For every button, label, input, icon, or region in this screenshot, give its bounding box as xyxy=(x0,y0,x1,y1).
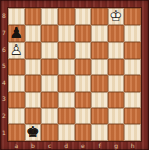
file-label-f: f xyxy=(91,141,108,150)
chess-diagram: 87654321 ♚♔♟♟♙♚ abcdefgh xyxy=(0,0,149,150)
square-f7[interactable] xyxy=(91,25,108,42)
square-b4[interactable] xyxy=(25,75,42,91)
square-f6[interactable] xyxy=(91,42,108,59)
rank-label-3: 3 xyxy=(0,91,8,108)
file-label-c: c xyxy=(41,141,58,150)
square-g4[interactable] xyxy=(108,75,125,91)
square-c5[interactable] xyxy=(41,59,58,75)
square-h4[interactable] xyxy=(124,75,141,91)
square-b5[interactable] xyxy=(25,59,42,75)
file-label-d: d xyxy=(58,141,75,150)
square-a7[interactable]: ♟ xyxy=(8,25,25,42)
file-label-h: h xyxy=(124,141,141,150)
square-c6[interactable] xyxy=(41,42,58,59)
square-e2[interactable] xyxy=(75,108,92,124)
file-label-e: e xyxy=(75,141,92,150)
square-d4[interactable] xyxy=(58,75,75,91)
square-h1[interactable] xyxy=(124,124,141,141)
file-label-g: g xyxy=(108,141,125,150)
square-a5[interactable] xyxy=(8,59,25,75)
square-d2[interactable] xyxy=(58,108,75,124)
square-f8[interactable] xyxy=(91,8,108,25)
square-h6[interactable] xyxy=(124,42,141,59)
square-b8[interactable] xyxy=(25,8,42,25)
square-a8[interactable] xyxy=(8,8,25,25)
square-g1[interactable] xyxy=(108,124,125,141)
rank-label-4: 4 xyxy=(0,75,8,92)
square-e8[interactable] xyxy=(75,8,92,25)
square-a6[interactable]: ♟♙ xyxy=(8,42,25,59)
file-label-b: b xyxy=(25,141,42,150)
square-g7[interactable] xyxy=(108,25,125,42)
square-c7[interactable] xyxy=(41,25,58,42)
rank-label-5: 5 xyxy=(0,58,8,75)
square-a3[interactable] xyxy=(8,92,25,108)
square-b6[interactable] xyxy=(25,42,42,59)
square-f4[interactable] xyxy=(91,75,108,91)
square-c4[interactable] xyxy=(41,75,58,91)
square-h8[interactable] xyxy=(124,8,141,25)
square-d8[interactable] xyxy=(58,8,75,25)
file-label-a: a xyxy=(8,141,25,150)
square-e4[interactable] xyxy=(75,75,92,91)
square-d1[interactable] xyxy=(58,124,75,141)
square-d3[interactable] xyxy=(58,92,75,108)
chess-board: ♚♔♟♟♙♚ xyxy=(8,8,141,141)
square-b7[interactable] xyxy=(25,25,42,42)
square-g8[interactable]: ♚♔ xyxy=(108,8,125,25)
square-b1[interactable]: ♚ xyxy=(25,124,42,141)
square-e3[interactable] xyxy=(75,92,92,108)
file-labels: abcdefgh xyxy=(8,141,141,150)
square-e5[interactable] xyxy=(75,59,92,75)
rank-label-6: 6 xyxy=(0,41,8,58)
square-h2[interactable] xyxy=(124,108,141,124)
square-e7[interactable] xyxy=(75,25,92,42)
square-f3[interactable] xyxy=(91,92,108,108)
square-d5[interactable] xyxy=(58,59,75,75)
square-a4[interactable] xyxy=(8,75,25,91)
square-c1[interactable] xyxy=(41,124,58,141)
square-a1[interactable] xyxy=(8,124,25,141)
square-g3[interactable] xyxy=(108,92,125,108)
square-f1[interactable] xyxy=(91,124,108,141)
square-a2[interactable] xyxy=(8,108,25,124)
square-c8[interactable] xyxy=(41,8,58,25)
square-g5[interactable] xyxy=(108,59,125,75)
square-e6[interactable] xyxy=(75,42,92,59)
rank-label-2: 2 xyxy=(0,108,8,125)
rank-label-8: 8 xyxy=(0,8,8,25)
square-g6[interactable] xyxy=(108,42,125,59)
white-king-piece[interactable]: ♚♔ xyxy=(109,9,122,24)
square-f5[interactable] xyxy=(91,59,108,75)
square-f2[interactable] xyxy=(91,108,108,124)
square-c3[interactable] xyxy=(41,92,58,108)
rank-label-1: 1 xyxy=(0,124,8,141)
square-b2[interactable] xyxy=(25,108,42,124)
square-e1[interactable] xyxy=(75,124,92,141)
square-h7[interactable] xyxy=(124,25,141,42)
square-c2[interactable] xyxy=(41,108,58,124)
square-h5[interactable] xyxy=(124,59,141,75)
square-d6[interactable] xyxy=(58,42,75,59)
square-h3[interactable] xyxy=(124,92,141,108)
white-pawn-piece[interactable]: ♟♙ xyxy=(10,43,23,58)
black-pawn-piece[interactable]: ♟ xyxy=(10,26,23,41)
rank-labels: 87654321 xyxy=(0,8,8,141)
square-b3[interactable] xyxy=(25,92,42,108)
square-g2[interactable] xyxy=(108,108,125,124)
black-king-piece[interactable]: ♚ xyxy=(26,125,39,140)
square-d7[interactable] xyxy=(58,25,75,42)
rank-label-7: 7 xyxy=(0,25,8,42)
